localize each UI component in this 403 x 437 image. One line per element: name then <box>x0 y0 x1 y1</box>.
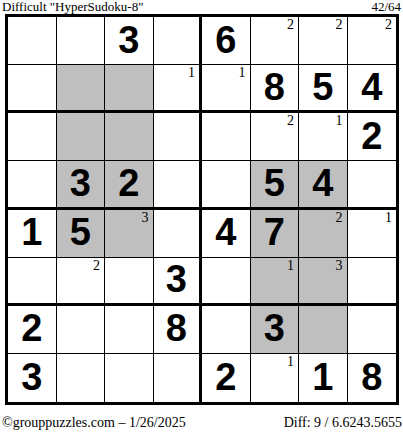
cell-r5c3[interactable]: 3 <box>105 210 154 258</box>
footer: ©grouppuzzles.com – 1/26/2025 Diff: 9 / … <box>2 414 402 432</box>
given-digit: 4 <box>361 68 382 108</box>
given-digit: 1 <box>312 358 333 398</box>
difficulty-text: Diff: 9 / 6.6243.5655 <box>284 414 402 432</box>
cell-r3c2[interactable] <box>57 113 106 161</box>
cell-r4c3[interactable]: 2 <box>105 161 154 209</box>
cell-r7c7[interactable] <box>299 306 348 354</box>
sudoku-board: 362221185421232541534721231328332118 <box>5 14 399 405</box>
cell-r6c7[interactable]: 3 <box>299 258 348 306</box>
cell-r2c4[interactable]: 1 <box>154 65 203 113</box>
cell-r6c2[interactable]: 2 <box>57 258 106 306</box>
cell-r6c5[interactable] <box>202 258 251 306</box>
cell-r2c7[interactable]: 5 <box>299 65 348 113</box>
cell-r5c1[interactable]: 1 <box>8 210 57 258</box>
given-digit: 8 <box>361 358 382 398</box>
given-digit: 4 <box>312 164 333 204</box>
cell-r8c8[interactable]: 8 <box>348 354 397 402</box>
cell-r8c2[interactable] <box>57 354 106 402</box>
given-digit: 5 <box>70 213 91 253</box>
cell-r4c4[interactable] <box>154 161 203 209</box>
cell-r7c5[interactable] <box>202 306 251 354</box>
cell-r4c1[interactable] <box>8 161 57 209</box>
cell-r2c6[interactable]: 8 <box>251 65 300 113</box>
given-digit: 3 <box>118 21 139 61</box>
cell-r1c7[interactable]: 2 <box>299 17 348 65</box>
given-digit: 5 <box>264 164 285 204</box>
given-digit: 3 <box>70 164 91 204</box>
cell-r8c1[interactable]: 3 <box>8 354 57 402</box>
pencil-mark: 1 <box>239 65 246 80</box>
pencil-mark: 2 <box>336 17 343 32</box>
given-digit: 3 <box>21 358 42 398</box>
copyright-text: ©grouppuzzles.com – 1/26/2025 <box>2 414 186 432</box>
cell-r8c3[interactable] <box>105 354 154 402</box>
cell-r1c8[interactable]: 2 <box>348 17 397 65</box>
cell-r6c8[interactable] <box>348 258 397 306</box>
cell-r8c6[interactable]: 1 <box>251 354 300 402</box>
pencil-mark: 1 <box>287 354 294 369</box>
cell-r5c4[interactable] <box>154 210 203 258</box>
cell-r4c8[interactable] <box>348 161 397 209</box>
cell-r5c6[interactable]: 7 <box>251 210 300 258</box>
given-digit: 8 <box>166 309 187 349</box>
cell-r5c7[interactable]: 2 <box>299 210 348 258</box>
cell-r2c5[interactable]: 1 <box>202 65 251 113</box>
cell-r6c6[interactable]: 1 <box>251 258 300 306</box>
cell-r2c1[interactable] <box>8 65 57 113</box>
cell-r3c5[interactable] <box>202 113 251 161</box>
cell-r1c1[interactable] <box>8 17 57 65</box>
pencil-mark: 2 <box>287 113 294 128</box>
cell-r7c4[interactable]: 8 <box>154 306 203 354</box>
cell-r1c5[interactable]: 6 <box>202 17 251 65</box>
cell-r8c5[interactable]: 2 <box>202 354 251 402</box>
pencil-mark: 1 <box>385 210 392 225</box>
progress-counter: 42/64 <box>371 0 401 14</box>
given-digit: 1 <box>21 213 42 253</box>
given-digit: 5 <box>312 68 333 108</box>
cell-r7c2[interactable] <box>57 306 106 354</box>
pencil-mark: 2 <box>93 258 100 273</box>
cell-r3c4[interactable] <box>154 113 203 161</box>
cell-r8c7[interactable]: 1 <box>299 354 348 402</box>
cell-r2c8[interactable]: 4 <box>348 65 397 113</box>
given-digit: 2 <box>361 117 382 157</box>
given-digit: 3 <box>166 260 187 300</box>
given-digit: 2 <box>118 164 139 204</box>
cell-r3c7[interactable]: 1 <box>299 113 348 161</box>
given-digit: 6 <box>215 21 236 61</box>
cell-r1c3[interactable]: 3 <box>105 17 154 65</box>
cell-r6c4[interactable]: 3 <box>154 258 203 306</box>
cell-r7c8[interactable] <box>348 306 397 354</box>
cell-r7c6[interactable]: 3 <box>251 306 300 354</box>
cell-r8c4[interactable] <box>154 354 203 402</box>
cell-r1c4[interactable] <box>154 17 203 65</box>
pencil-mark: 1 <box>188 65 195 80</box>
cell-r6c1[interactable] <box>8 258 57 306</box>
cell-r7c1[interactable]: 2 <box>8 306 57 354</box>
cell-r4c7[interactable]: 4 <box>299 161 348 209</box>
pencil-mark: 1 <box>336 113 343 128</box>
cell-r6c3[interactable] <box>105 258 154 306</box>
pencil-mark: 3 <box>142 210 149 225</box>
pencil-mark: 1 <box>287 258 294 273</box>
given-digit: 3 <box>264 309 285 349</box>
cell-r4c2[interactable]: 3 <box>57 161 106 209</box>
given-digit: 8 <box>264 68 285 108</box>
cell-r3c6[interactable]: 2 <box>251 113 300 161</box>
pencil-mark: 2 <box>385 17 392 32</box>
cell-r1c2[interactable] <box>57 17 106 65</box>
given-digit: 2 <box>215 358 236 398</box>
cell-r3c1[interactable] <box>8 113 57 161</box>
cell-r3c8[interactable]: 2 <box>348 113 397 161</box>
cell-r1c6[interactable]: 2 <box>251 17 300 65</box>
cell-r7c3[interactable] <box>105 306 154 354</box>
cell-r2c2[interactable] <box>57 65 106 113</box>
given-digit: 7 <box>264 213 285 253</box>
cell-r4c6[interactable]: 5 <box>251 161 300 209</box>
cell-r4c5[interactable] <box>202 161 251 209</box>
given-digit: 2 <box>21 309 42 349</box>
pencil-mark: 2 <box>287 17 294 32</box>
pencil-mark: 2 <box>336 210 343 225</box>
pencil-mark: 3 <box>336 258 343 273</box>
cell-r3c3[interactable] <box>105 113 154 161</box>
header: Difficult "HyperSudoku-8" 42/64 <box>2 0 401 14</box>
given-digit: 4 <box>215 213 236 253</box>
cell-r5c2[interactable]: 5 <box>57 210 106 258</box>
cell-r5c8[interactable]: 1 <box>348 210 397 258</box>
cell-r2c3[interactable] <box>105 65 154 113</box>
page-title: Difficult "HyperSudoku-8" <box>2 0 143 14</box>
cell-r5c5[interactable]: 4 <box>202 210 251 258</box>
